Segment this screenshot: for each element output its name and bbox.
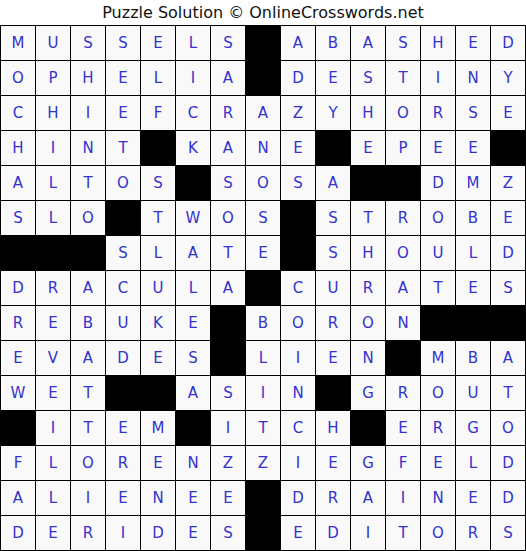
black-cell-r7c9 <box>280 235 316 271</box>
letter-cell-r4c3: N <box>71 131 105 165</box>
letter-cell-r2c4: E <box>106 61 140 95</box>
letter-cell-r2c7: A <box>211 61 245 95</box>
letter-cell-r11c14: U <box>456 376 490 410</box>
letter-cell-r13c12: F <box>386 446 420 480</box>
letter-cell-r1c1: M <box>1 26 35 60</box>
black-cell-r5c12 <box>385 165 421 201</box>
letter-cell-r9c8: B <box>246 306 280 340</box>
letter-cell-r8c6: L <box>176 271 210 305</box>
black-cell-r6c4 <box>105 200 141 236</box>
letter-cell-r2c9: D <box>281 61 315 95</box>
letter-cell-r2c13: I <box>421 61 455 95</box>
letter-cell-r12c3: T <box>71 411 105 445</box>
letter-cell-r1c11: A <box>351 26 385 60</box>
letter-cell-r5c7: S <box>211 166 245 200</box>
letter-cell-r15c14: R <box>456 516 490 550</box>
letter-cell-r8c11: R <box>351 271 385 305</box>
letter-cell-r4c12: P <box>386 131 420 165</box>
letter-cell-r5c13: D <box>421 166 455 200</box>
puzzle-solution-page: Puzzle Solution © OnlineCrosswords.net M… <box>0 0 526 551</box>
letter-cell-r1c5: E <box>141 26 175 60</box>
letter-cell-r11c3: T <box>71 376 105 410</box>
black-cell-r4c5 <box>140 130 176 166</box>
letter-cell-r3c6: C <box>176 96 210 130</box>
black-cell-r9c13 <box>420 305 456 341</box>
letter-cell-r1c9: A <box>281 26 315 60</box>
letter-cell-r5c15: Z <box>491 166 525 200</box>
letter-cell-r4c11: E <box>351 131 385 165</box>
letter-cell-r6c6: W <box>176 201 210 235</box>
letter-cell-r14c15: D <box>491 481 525 515</box>
letter-cell-r14c13: N <box>421 481 455 515</box>
letter-cell-r12c10: H <box>316 411 350 445</box>
letter-cell-r12c2: I <box>36 411 70 445</box>
letter-cell-r8c3: A <box>71 271 105 305</box>
letter-cell-r8c14: E <box>456 271 490 305</box>
letter-cell-r11c7: S <box>211 376 245 410</box>
letter-cell-r6c7: O <box>211 201 245 235</box>
letter-cell-r1c15: D <box>491 26 525 60</box>
letter-cell-r7c5: L <box>141 236 175 270</box>
letter-cell-r4c7: A <box>211 131 245 165</box>
letter-cell-r3c9: Z <box>281 96 315 130</box>
letter-cell-r3c10: Y <box>316 96 350 130</box>
letter-cell-r6c14: B <box>456 201 490 235</box>
letter-cell-r11c12: R <box>386 376 420 410</box>
letter-cell-r11c1: W <box>1 376 35 410</box>
letter-cell-r13c10: E <box>316 446 350 480</box>
letter-cell-r15c2: E <box>36 516 70 550</box>
letter-cell-r5c3: T <box>71 166 105 200</box>
letter-cell-r13c11: G <box>351 446 385 480</box>
black-cell-r4c15 <box>490 130 526 166</box>
letter-cell-r15c15: S <box>491 516 525 550</box>
letter-cell-r8c7: A <box>211 271 245 305</box>
letter-cell-r10c5: E <box>141 341 175 375</box>
letter-cell-r14c5: N <box>141 481 175 515</box>
letter-cell-r4c4: T <box>106 131 140 165</box>
letter-cell-r1c12: S <box>386 26 420 60</box>
letter-cell-r9c1: R <box>1 306 35 340</box>
letter-cell-r1c14: E <box>456 26 490 60</box>
letter-cell-r13c7: Z <box>211 446 245 480</box>
letter-cell-r7c11: H <box>351 236 385 270</box>
letter-cell-r1c6: L <box>176 26 210 60</box>
letter-cell-r12c12: E <box>386 411 420 445</box>
letter-cell-r7c10: S <box>316 236 350 270</box>
letter-cell-r13c2: L <box>36 446 70 480</box>
letter-cell-r13c1: F <box>1 446 35 480</box>
letter-cell-r9c5: K <box>141 306 175 340</box>
letter-cell-r14c6: E <box>176 481 210 515</box>
letter-cell-r15c6: E <box>176 516 210 550</box>
letter-cell-r12c14: G <box>456 411 490 445</box>
letter-cell-r6c3: O <box>71 201 105 235</box>
letter-cell-r14c14: E <box>456 481 490 515</box>
letter-cell-r3c3: I <box>71 96 105 130</box>
letter-cell-r15c11: I <box>351 516 385 550</box>
letter-cell-r10c3: A <box>71 341 105 375</box>
black-cell-r8c8 <box>245 270 281 306</box>
letter-cell-r12c13: R <box>421 411 455 445</box>
letter-cell-r4c8: N <box>246 131 280 165</box>
letter-cell-r10c1: E <box>1 341 35 375</box>
letter-cell-r13c15: D <box>491 446 525 480</box>
letter-cell-r3c2: H <box>36 96 70 130</box>
letter-cell-r6c5: T <box>141 201 175 235</box>
black-cell-r9c7 <box>210 305 246 341</box>
letter-cell-r8c5: U <box>141 271 175 305</box>
letter-cell-r8c4: C <box>106 271 140 305</box>
letter-cell-r10c14: B <box>456 341 490 375</box>
black-cell-r7c2 <box>35 235 71 271</box>
black-cell-r15c8 <box>245 515 281 551</box>
letter-cell-r9c4: U <box>106 306 140 340</box>
letter-cell-r14c10: R <box>316 481 350 515</box>
letter-cell-r2c3: H <box>71 61 105 95</box>
letter-cell-r10c4: D <box>106 341 140 375</box>
letter-cell-r2c6: I <box>176 61 210 95</box>
letter-cell-r5c4: O <box>106 166 140 200</box>
letter-cell-r14c4: E <box>106 481 140 515</box>
letter-cell-r7c6: A <box>176 236 210 270</box>
black-cell-r9c14 <box>455 305 491 341</box>
letter-cell-r11c6: A <box>176 376 210 410</box>
letter-cell-r7c7: T <box>211 236 245 270</box>
black-cell-r14c8 <box>245 480 281 516</box>
letter-cell-r7c4: S <box>106 236 140 270</box>
letter-cell-r15c12: T <box>386 516 420 550</box>
letter-cell-r1c2: U <box>36 26 70 60</box>
letter-cell-r6c11: T <box>351 201 385 235</box>
letter-cell-r13c6: N <box>176 446 210 480</box>
letter-cell-r2c2: P <box>36 61 70 95</box>
letter-cell-r6c13: O <box>421 201 455 235</box>
letter-cell-r9c9: O <box>281 306 315 340</box>
letter-cell-r12c7: I <box>211 411 245 445</box>
letter-cell-r10c10: E <box>316 341 350 375</box>
letter-cell-r10c9: I <box>281 341 315 375</box>
letter-cell-r5c10: A <box>316 166 350 200</box>
letter-cell-r9c12: N <box>386 306 420 340</box>
letter-cell-r9c10: R <box>316 306 350 340</box>
letter-cell-r3c15: E <box>491 96 525 130</box>
title-bar: Puzzle Solution © OnlineCrosswords.net <box>0 0 526 25</box>
letter-cell-r2c5: L <box>141 61 175 95</box>
letter-cell-r11c9: N <box>281 376 315 410</box>
letter-cell-r14c9: D <box>281 481 315 515</box>
black-cell-r10c7 <box>210 340 246 376</box>
letter-cell-r14c1: A <box>1 481 35 515</box>
letter-cell-r5c9: S <box>281 166 315 200</box>
letter-cell-r7c13: U <box>421 236 455 270</box>
letter-cell-r9c2: E <box>36 306 70 340</box>
black-cell-r12c6 <box>175 410 211 446</box>
letter-cell-r6c12: R <box>386 201 420 235</box>
letter-cell-r8c1: D <box>1 271 35 305</box>
letter-cell-r7c8: E <box>246 236 280 270</box>
letter-cell-r6c2: L <box>36 201 70 235</box>
letter-cell-r2c11: S <box>351 61 385 95</box>
letter-cell-r1c7: S <box>211 26 245 60</box>
letter-cell-r6c10: S <box>316 201 350 235</box>
letter-cell-r2c1: O <box>1 61 35 95</box>
black-cell-r5c11 <box>350 165 386 201</box>
letter-cell-r15c9: E <box>281 516 315 550</box>
letter-cell-r10c2: V <box>36 341 70 375</box>
letter-cell-r15c5: D <box>141 516 175 550</box>
page-title: Puzzle Solution © OnlineCrosswords.net <box>102 3 424 22</box>
letter-cell-r2c15: Y <box>491 61 525 95</box>
letter-cell-r5c2: L <box>36 166 70 200</box>
letter-cell-r3c1: C <box>1 96 35 130</box>
letter-cell-r10c11: N <box>351 341 385 375</box>
letter-cell-r4c9: E <box>281 131 315 165</box>
letter-cell-r15c13: O <box>421 516 455 550</box>
letter-cell-r13c3: O <box>71 446 105 480</box>
letter-cell-r11c13: O <box>421 376 455 410</box>
letter-cell-r14c7: E <box>211 481 245 515</box>
letter-cell-r7c15: D <box>491 236 525 270</box>
letter-cell-r4c1: H <box>1 131 35 165</box>
letter-cell-r14c2: L <box>36 481 70 515</box>
black-cell-r11c5 <box>140 375 176 411</box>
letter-cell-r10c13: M <box>421 341 455 375</box>
letter-cell-r5c8: O <box>246 166 280 200</box>
letter-cell-r1c13: H <box>421 26 455 60</box>
letter-cell-r4c13: E <box>421 131 455 165</box>
letter-cell-r10c8: L <box>246 341 280 375</box>
letter-cell-r11c11: G <box>351 376 385 410</box>
letter-cell-r9c3: B <box>71 306 105 340</box>
letter-cell-r12c8: T <box>246 411 280 445</box>
crossword-grid: MUSSELSABASHEDOPHELIADESTINYCHIEFCRAZYHO… <box>0 25 526 551</box>
black-cell-r10c12 <box>385 340 421 376</box>
letter-cell-r3c8: A <box>246 96 280 130</box>
letter-cell-r5c1: A <box>1 166 35 200</box>
letter-cell-r8c13: T <box>421 271 455 305</box>
letter-cell-r5c14: M <box>456 166 490 200</box>
letter-cell-r7c14: L <box>456 236 490 270</box>
letter-cell-r12c15: O <box>491 411 525 445</box>
letter-cell-r13c5: E <box>141 446 175 480</box>
letter-cell-r3c4: E <box>106 96 140 130</box>
letter-cell-r2c12: T <box>386 61 420 95</box>
letter-cell-r12c9: C <box>281 411 315 445</box>
letter-cell-r14c12: I <box>386 481 420 515</box>
black-cell-r2c8 <box>245 60 281 96</box>
black-cell-r4c10 <box>315 130 351 166</box>
letter-cell-r8c12: A <box>386 271 420 305</box>
black-cell-r7c1 <box>0 235 36 271</box>
letter-cell-r12c4: E <box>106 411 140 445</box>
letter-cell-r4c2: I <box>36 131 70 165</box>
letter-cell-r1c3: S <box>71 26 105 60</box>
letter-cell-r6c8: S <box>246 201 280 235</box>
letter-cell-r10c15: A <box>491 341 525 375</box>
letter-cell-r15c1: D <box>1 516 35 550</box>
letter-cell-r3c12: O <box>386 96 420 130</box>
letter-cell-r2c10: E <box>316 61 350 95</box>
letter-cell-r8c2: R <box>36 271 70 305</box>
letter-cell-r1c10: B <box>316 26 350 60</box>
letter-cell-r12c5: M <box>141 411 175 445</box>
letter-cell-r11c8: I <box>246 376 280 410</box>
black-cell-r5c6 <box>175 165 211 201</box>
letter-cell-r15c4: I <box>106 516 140 550</box>
letter-cell-r14c11: A <box>351 481 385 515</box>
letter-cell-r13c4: R <box>106 446 140 480</box>
letter-cell-r13c13: E <box>421 446 455 480</box>
letter-cell-r15c3: R <box>71 516 105 550</box>
letter-cell-r15c7: S <box>211 516 245 550</box>
letter-cell-r9c6: E <box>176 306 210 340</box>
letter-cell-r3c5: F <box>141 96 175 130</box>
letter-cell-r13c9: I <box>281 446 315 480</box>
black-cell-r11c10 <box>315 375 351 411</box>
letter-cell-r3c14: S <box>456 96 490 130</box>
black-cell-r6c9 <box>280 200 316 236</box>
letter-cell-r13c8: Z <box>246 446 280 480</box>
letter-cell-r3c11: H <box>351 96 385 130</box>
letter-cell-r6c15: E <box>491 201 525 235</box>
letter-cell-r4c14: E <box>456 131 490 165</box>
letter-cell-r10c6: S <box>176 341 210 375</box>
letter-cell-r11c2: E <box>36 376 70 410</box>
letter-cell-r6c1: S <box>1 201 35 235</box>
black-cell-r12c11 <box>350 410 386 446</box>
black-cell-r12c1 <box>0 410 36 446</box>
letter-cell-r8c9: C <box>281 271 315 305</box>
black-cell-r9c15 <box>490 305 526 341</box>
letter-cell-r8c15: S <box>491 271 525 305</box>
letter-cell-r9c11: O <box>351 306 385 340</box>
letter-cell-r14c3: I <box>71 481 105 515</box>
letter-cell-r3c13: R <box>421 96 455 130</box>
letter-cell-r15c10: D <box>316 516 350 550</box>
letter-cell-r5c5: S <box>141 166 175 200</box>
letter-cell-r13c14: L <box>456 446 490 480</box>
black-cell-r7c3 <box>70 235 106 271</box>
black-cell-r11c4 <box>105 375 141 411</box>
letter-cell-r2c14: N <box>456 61 490 95</box>
letter-cell-r7c12: O <box>386 236 420 270</box>
letter-cell-r1c4: S <box>106 26 140 60</box>
black-cell-r1c8 <box>245 25 281 61</box>
letter-cell-r11c15: T <box>491 376 525 410</box>
letter-cell-r3c7: R <box>211 96 245 130</box>
letter-cell-r8c10: U <box>316 271 350 305</box>
letter-cell-r4c6: K <box>176 131 210 165</box>
